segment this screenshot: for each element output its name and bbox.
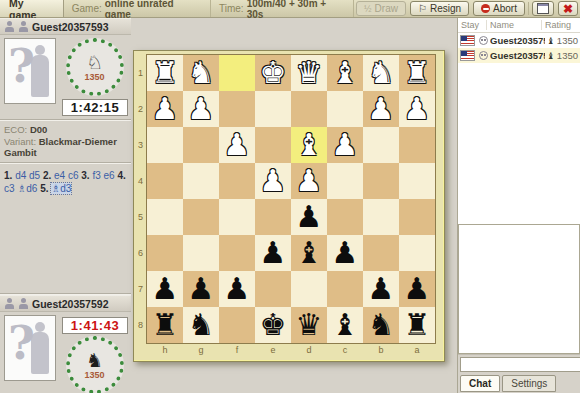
piece-c6[interactable]: ♟ bbox=[332, 235, 359, 271]
square-e2[interactable] bbox=[255, 91, 291, 127]
top-player-rating-badge: ♘ 1350 bbox=[66, 38, 124, 96]
move-number: 2. bbox=[43, 170, 51, 181]
rating-piece-icon: ♝ bbox=[547, 51, 555, 61]
abort-stop-icon bbox=[481, 4, 490, 13]
draw-icon: ½ bbox=[364, 4, 372, 14]
draw-button[interactable]: ½ Draw bbox=[356, 1, 406, 16]
piece-g8[interactable]: ♞ bbox=[188, 307, 215, 343]
chat-input[interactable] bbox=[460, 357, 580, 372]
move[interactable]: d4 bbox=[15, 170, 26, 181]
piece-e6[interactable]: ♟ bbox=[260, 235, 287, 271]
piece-g7[interactable]: ♟ bbox=[188, 271, 215, 307]
square-a3[interactable] bbox=[399, 127, 435, 163]
square-h3[interactable] bbox=[147, 127, 183, 163]
square-a2[interactable]: ♟ bbox=[399, 91, 435, 127]
bottom-player-badge-col: 1:41:43 ♞ 1350 bbox=[60, 315, 129, 393]
square-c1[interactable]: ♝ bbox=[327, 55, 363, 91]
square-d4[interactable]: ♟ bbox=[291, 163, 327, 199]
resign-flag-icon: ⚐ bbox=[418, 4, 427, 14]
time-control-segment: Time: 100m/40 + 30m + 30s bbox=[211, 0, 354, 17]
game-value: online unrated game bbox=[105, 0, 202, 20]
piece-h8[interactable]: ♜ bbox=[152, 307, 179, 343]
piece-d4[interactable]: ♟ bbox=[296, 163, 323, 199]
file-label: d bbox=[291, 343, 327, 360]
clock-top: 1:42:15 bbox=[62, 99, 128, 116]
rank-label: 3 bbox=[134, 127, 147, 163]
piece-b8[interactable]: ♞ bbox=[368, 307, 395, 343]
chat-input-row: ☺ bbox=[458, 354, 580, 374]
move-number: 4. bbox=[117, 170, 125, 181]
user-action-icon[interactable] bbox=[4, 298, 15, 309]
square-c5[interactable] bbox=[327, 199, 363, 235]
file-label: c bbox=[327, 343, 363, 360]
black-knight-icon: ♞ bbox=[86, 351, 103, 370]
piece-d1[interactable]: ♛ bbox=[296, 55, 323, 91]
top-player-badge-col: ♘ 1350 1:42:15 bbox=[60, 38, 129, 116]
topbar-separator bbox=[528, 2, 529, 15]
piece-b7[interactable]: ♟ bbox=[368, 271, 395, 307]
square-a5[interactable] bbox=[399, 199, 435, 235]
close-x-icon: ✖ bbox=[563, 3, 573, 15]
player-list-header: Stay Name Rating bbox=[458, 18, 580, 33]
us-flag-icon bbox=[460, 50, 475, 61]
rank-label: 7 bbox=[134, 271, 147, 307]
square-g3[interactable] bbox=[183, 127, 219, 163]
column-name: Name bbox=[487, 20, 542, 30]
move[interactable]: e6 bbox=[104, 170, 115, 181]
square-e7[interactable] bbox=[255, 271, 291, 307]
move-number: 1. bbox=[4, 170, 12, 181]
game-type-segment: Game: online unrated game bbox=[64, 0, 211, 17]
square-d8[interactable]: ♛ bbox=[291, 307, 327, 343]
square-b3[interactable] bbox=[363, 127, 399, 163]
rank-labels: 12345678 bbox=[134, 55, 147, 343]
square-d6[interactable]: ♝ bbox=[291, 235, 327, 271]
square-d1[interactable]: ♛ bbox=[291, 55, 327, 91]
piece-e4[interactable]: ♟ bbox=[260, 163, 287, 199]
square-a4[interactable] bbox=[399, 163, 435, 199]
bottom-player-avatar: ? bbox=[4, 315, 56, 381]
resign-button[interactable]: ⚐ Resign bbox=[410, 1, 469, 16]
clock-bottom: 1:41:43 bbox=[62, 317, 128, 334]
player-list-row[interactable]: Guest20357592♝1350 bbox=[458, 48, 580, 63]
square-g4[interactable] bbox=[183, 163, 219, 199]
move[interactable]: d5 bbox=[29, 170, 40, 181]
right-panel: Stay Name Rating Guest20357593♝1350Guest… bbox=[457, 18, 580, 393]
top-player-name-bar: Guest20357593 bbox=[0, 18, 131, 35]
move[interactable]: c6 bbox=[68, 170, 79, 181]
square-h7[interactable]: ♟ bbox=[147, 271, 183, 307]
square-h1[interactable]: ♜ bbox=[147, 55, 183, 91]
square-d7[interactable] bbox=[291, 271, 327, 307]
piece-b1[interactable]: ♞ bbox=[368, 55, 395, 91]
player-list-name: Guest20357592 bbox=[490, 50, 545, 61]
move[interactable]: f3 bbox=[92, 170, 100, 181]
square-e3[interactable] bbox=[255, 127, 291, 163]
piece-a8[interactable]: ♜ bbox=[404, 307, 431, 343]
file-label: h bbox=[147, 343, 183, 360]
square-b5[interactable] bbox=[363, 199, 399, 235]
square-h8[interactable]: ♜ bbox=[147, 307, 183, 343]
square-d2[interactable] bbox=[291, 91, 327, 127]
close-button[interactable]: ✖ bbox=[558, 1, 578, 16]
move-number: 3. bbox=[81, 170, 89, 181]
square-e6[interactable]: ♟ bbox=[255, 235, 291, 271]
rank-label: 8 bbox=[134, 307, 147, 343]
square-g6[interactable] bbox=[183, 235, 219, 271]
square-b2[interactable]: ♟ bbox=[363, 91, 399, 127]
rank-label: 4 bbox=[134, 163, 147, 199]
piece-g1[interactable]: ♞ bbox=[188, 55, 215, 91]
piece-e1[interactable]: ♚ bbox=[260, 55, 287, 91]
user-action-icon[interactable] bbox=[18, 298, 29, 309]
square-b7[interactable]: ♟ bbox=[363, 271, 399, 307]
square-f5[interactable] bbox=[219, 199, 255, 235]
piece-c1[interactable]: ♝ bbox=[332, 55, 359, 91]
abort-button[interactable]: Abort bbox=[473, 1, 525, 16]
piece-d6[interactable]: ♝ bbox=[296, 235, 323, 271]
time-label: Time: bbox=[219, 3, 244, 14]
question-mark-icon: ? bbox=[8, 39, 35, 93]
square-f4[interactable] bbox=[219, 163, 255, 199]
top-player-avatar: ? bbox=[4, 38, 56, 104]
square-a6[interactable] bbox=[399, 235, 435, 271]
piece-h7[interactable]: ♟ bbox=[152, 271, 179, 307]
square-c7[interactable] bbox=[327, 271, 363, 307]
player-list-rating: 1350 bbox=[557, 35, 578, 46]
square-b6[interactable] bbox=[363, 235, 399, 271]
top-toolbar: My game Game: online unrated game Time: … bbox=[0, 0, 580, 18]
bottom-player-name: Guest20357592 bbox=[32, 298, 108, 310]
square-a1[interactable]: ♜ bbox=[399, 55, 435, 91]
square-f6[interactable] bbox=[219, 235, 255, 271]
square-c3[interactable]: ♟ bbox=[327, 127, 363, 163]
square-c2[interactable] bbox=[327, 91, 363, 127]
move[interactable]: e4 bbox=[54, 170, 65, 181]
square-c6[interactable]: ♟ bbox=[327, 235, 363, 271]
square-g7[interactable]: ♟ bbox=[183, 271, 219, 307]
rank-label: 5 bbox=[134, 199, 147, 235]
left-panel: Guest20357593 ? ♘ 1350 1:42:15 ECO: D00 bbox=[0, 18, 131, 393]
window-icon bbox=[537, 3, 549, 14]
tab-chat[interactable]: Chat bbox=[460, 375, 500, 392]
board-area: 12345678 ♜♞♚♛♝♞♜♟♟♟♟♟♝♟♟♟♟♟♝♟♟♟♟♟♟♜♞♚♛♝♞… bbox=[131, 18, 457, 393]
time-value: 100m/40 + 30m + 30s bbox=[247, 0, 345, 20]
rating-piece-icon: ♝ bbox=[547, 36, 555, 46]
square-b8[interactable]: ♞ bbox=[363, 307, 399, 343]
square-g8[interactable]: ♞ bbox=[183, 307, 219, 343]
eco-code: D00 bbox=[30, 124, 47, 135]
tab-settings[interactable]: Settings bbox=[502, 375, 556, 392]
question-mark-icon: ? bbox=[8, 316, 35, 370]
piece-b2[interactable]: ♟ bbox=[368, 91, 395, 127]
board-grid: ♜♞♚♛♝♞♜♟♟♟♟♟♝♟♟♟♟♟♝♟♟♟♟♟♟♜♞♚♛♝♞♜ bbox=[147, 55, 435, 343]
rank-label: 6 bbox=[134, 235, 147, 271]
piece-h2[interactable]: ♟ bbox=[152, 91, 179, 127]
square-h4[interactable] bbox=[147, 163, 183, 199]
piece-g2[interactable]: ♟ bbox=[188, 91, 215, 127]
piece-f3[interactable]: ♟ bbox=[224, 127, 251, 163]
square-b4[interactable] bbox=[363, 163, 399, 199]
user-action-icon[interactable] bbox=[4, 21, 15, 32]
square-f1[interactable] bbox=[219, 55, 255, 91]
player-list-rows: Guest20357593♝1350Guest20357592♝1350 bbox=[458, 33, 580, 223]
game-label: Game: bbox=[72, 3, 102, 14]
chat-messages-box[interactable] bbox=[458, 224, 580, 354]
square-g5[interactable] bbox=[183, 199, 219, 235]
square-h5[interactable] bbox=[147, 199, 183, 235]
bottom-player-rating: 1350 bbox=[84, 371, 104, 380]
file-label: a bbox=[399, 343, 435, 360]
piece-c8[interactable]: ♝ bbox=[332, 307, 359, 343]
piece-d3[interactable]: ♝ bbox=[296, 127, 323, 163]
rank-label: 1 bbox=[134, 55, 147, 91]
square-g1[interactable]: ♞ bbox=[183, 55, 219, 91]
piece-a2[interactable]: ♟ bbox=[404, 91, 431, 127]
top-player-rating: 1350 bbox=[84, 73, 104, 82]
bottom-tabs: Chat Settings bbox=[458, 374, 580, 393]
left-panel-spacer bbox=[0, 201, 131, 291]
piece-a1[interactable]: ♜ bbox=[404, 55, 431, 91]
move-list: 1. d4 d5 2. e4 c6 3. f3 e6 4. c3 ♗d6 5. … bbox=[0, 164, 131, 201]
white-knight-icon: ♘ bbox=[86, 53, 103, 72]
piece-d8[interactable]: ♛ bbox=[296, 307, 323, 343]
column-rating: Rating bbox=[542, 20, 580, 30]
square-f7[interactable]: ♟ bbox=[219, 271, 255, 307]
square-b1[interactable]: ♞ bbox=[363, 55, 399, 91]
file-labels: hgfedcba bbox=[147, 343, 435, 361]
rank-label: 2 bbox=[134, 91, 147, 127]
eco-line: ECO: D00 bbox=[4, 124, 127, 136]
player-list-row[interactable]: Guest20357593♝1350 bbox=[458, 33, 580, 48]
bottom-player-name-bar: Guest20357592 bbox=[0, 295, 131, 312]
square-h6[interactable] bbox=[147, 235, 183, 271]
user-action-icon[interactable] bbox=[18, 21, 29, 32]
piece-d5[interactable]: ♟ bbox=[296, 199, 323, 235]
file-label: b bbox=[363, 343, 399, 360]
square-c4[interactable] bbox=[327, 163, 363, 199]
square-d3[interactable]: ♝ bbox=[291, 127, 327, 163]
move[interactable]: ♗d3 bbox=[51, 183, 71, 194]
game-info: ECO: D00 Variant: Blackmar-Diemer Gambit bbox=[0, 121, 131, 159]
top-player-card: ? ♘ 1350 1:42:15 bbox=[0, 35, 131, 116]
guest-user-icon bbox=[477, 35, 488, 46]
guest-user-icon bbox=[477, 50, 488, 61]
square-a7[interactable]: ♟ bbox=[399, 271, 435, 307]
column-stay: Stay bbox=[458, 20, 487, 30]
file-label: e bbox=[255, 343, 291, 360]
piece-c3[interactable]: ♟ bbox=[332, 127, 359, 163]
bottom-player-card: ? 1:41:43 ♞ 1350 bbox=[0, 312, 131, 393]
square-d5[interactable]: ♟ bbox=[291, 199, 327, 235]
piece-a7[interactable]: ♟ bbox=[404, 271, 431, 307]
move[interactable]: c3 bbox=[4, 183, 15, 194]
chess-board: 12345678 ♜♞♚♛♝♞♜♟♟♟♟♟♝♟♟♟♟♟♝♟♟♟♟♟♟♜♞♚♛♝♞… bbox=[133, 50, 445, 362]
main-area: Guest20357593 ? ♘ 1350 1:42:15 ECO: D00 bbox=[0, 18, 580, 393]
square-e1[interactable]: ♚ bbox=[255, 55, 291, 91]
detach-window-button[interactable] bbox=[532, 1, 554, 16]
square-e8[interactable]: ♚ bbox=[255, 307, 291, 343]
piece-f7[interactable]: ♟ bbox=[224, 271, 251, 307]
square-f2[interactable] bbox=[219, 91, 255, 127]
piece-h1[interactable]: ♜ bbox=[152, 55, 179, 91]
square-e4[interactable]: ♟ bbox=[255, 163, 291, 199]
square-c8[interactable]: ♝ bbox=[327, 307, 363, 343]
top-player-name: Guest20357593 bbox=[32, 21, 108, 33]
move-number: 5. bbox=[40, 183, 48, 194]
square-g2[interactable]: ♟ bbox=[183, 91, 219, 127]
tab-my-game[interactable]: My game bbox=[0, 0, 64, 17]
us-flag-icon bbox=[460, 35, 475, 46]
piece-e8[interactable]: ♚ bbox=[260, 307, 287, 343]
file-label: f bbox=[219, 343, 255, 360]
variant-line: Variant: Blackmar-Diemer Gambit bbox=[4, 136, 127, 159]
file-label: g bbox=[183, 343, 219, 360]
square-f3[interactable]: ♟ bbox=[219, 127, 255, 163]
player-list-rating: 1350 bbox=[557, 50, 578, 61]
square-f8[interactable] bbox=[219, 307, 255, 343]
square-h2[interactable]: ♟ bbox=[147, 91, 183, 127]
move[interactable]: ♗d6 bbox=[17, 183, 37, 194]
player-list-name: Guest20357593 bbox=[490, 35, 545, 46]
square-a8[interactable]: ♜ bbox=[399, 307, 435, 343]
square-e5[interactable] bbox=[255, 199, 291, 235]
bottom-player-rating-badge: ♞ 1350 bbox=[66, 336, 124, 393]
